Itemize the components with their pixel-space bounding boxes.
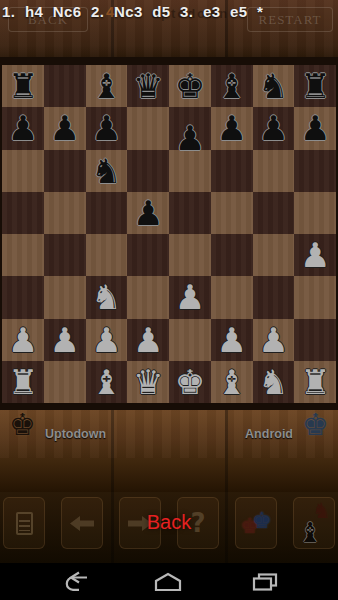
white-rook[interactable]: ♜ [2, 361, 44, 403]
left-player-name: Uptodown [45, 410, 106, 458]
square-e4[interactable] [169, 234, 211, 276]
black-knight[interactable]: ♞ [253, 65, 295, 107]
square-c7[interactable]: ♟ [86, 107, 128, 149]
wood-strip [0, 458, 338, 492]
right-player-king-icon: ♚ [302, 410, 329, 440]
square-a3[interactable] [2, 276, 44, 318]
square-g1[interactable]: ♞ [253, 361, 295, 403]
black-pawn[interactable]: ♟ [86, 107, 128, 149]
nav-recents-button[interactable] [235, 563, 295, 600]
square-g4[interactable] [253, 234, 295, 276]
black-pawn[interactable]: ♟ [2, 107, 44, 149]
player-bar: ♚ Uptodown Android ♚ [0, 410, 338, 458]
square-a7[interactable]: ♟ [2, 107, 44, 149]
square-d1[interactable]: ♛ [127, 361, 169, 403]
nav-home-button[interactable] [138, 563, 198, 600]
square-a8[interactable]: ♜ [2, 65, 44, 107]
black-pawn[interactable]: ♟ [253, 107, 295, 149]
white-knight[interactable]: ♞ [86, 276, 128, 318]
chess-board[interactable]: ♜♝♛♚♝♞♜♟♟♟♟♟♟♟♞♟♟♞♟♟♟♟♟♟♟♜♝♛♚♝♞♜ [2, 65, 336, 403]
square-f3[interactable] [211, 276, 253, 318]
black-rook[interactable]: ♜ [2, 65, 44, 107]
square-h7[interactable]: ♟ [294, 107, 336, 149]
black-pawn[interactable]: ♟ [44, 107, 86, 149]
white-knight[interactable]: ♞ [253, 361, 295, 403]
white-rook[interactable]: ♜ [294, 361, 336, 403]
square-d2[interactable]: ♟ [127, 319, 169, 361]
square-c4[interactable] [86, 234, 128, 276]
square-b4[interactable] [44, 234, 86, 276]
square-c1[interactable]: ♝ [86, 361, 128, 403]
square-a5[interactable] [2, 192, 44, 234]
square-b1[interactable] [44, 361, 86, 403]
black-pawn[interactable]: ♟ [127, 192, 169, 234]
black-queen[interactable]: ♛ [127, 65, 169, 107]
square-d5[interactable]: ♟ [127, 192, 169, 234]
square-d6[interactable] [127, 150, 169, 192]
white-queen[interactable]: ♛ [127, 361, 169, 403]
square-b7[interactable]: ♟ [44, 107, 86, 149]
square-b2[interactable]: ♟ [44, 319, 86, 361]
square-g3[interactable] [253, 276, 295, 318]
square-h2[interactable] [294, 319, 336, 361]
square-d8[interactable]: ♛ [127, 65, 169, 107]
square-g7[interactable]: ♟ [253, 107, 295, 149]
nav-back-button[interactable] [45, 563, 105, 600]
square-e7[interactable]: ♟ [169, 107, 211, 149]
square-d3[interactable] [127, 276, 169, 318]
square-c6[interactable]: ♞ [86, 150, 128, 192]
square-h5[interactable] [294, 192, 336, 234]
black-bishop[interactable]: ♝ [211, 65, 253, 107]
square-f1[interactable]: ♝ [211, 361, 253, 403]
menu-back-label[interactable]: Back [0, 511, 338, 534]
square-b3[interactable] [44, 276, 86, 318]
nav-recents-icon [251, 572, 279, 592]
black-bishop[interactable]: ♝ [86, 65, 128, 107]
white-pawn[interactable]: ♟ [253, 319, 295, 361]
app-screen: BACK RESTART uptodown 4. 1. h4 Nc6 2. Nc… [0, 0, 338, 600]
top-bar: BACK RESTART uptodown 4. 1. h4 Nc6 2. Nc… [0, 0, 338, 57]
black-pawn[interactable]: ♟ [294, 107, 336, 149]
square-a2[interactable]: ♟ [2, 319, 44, 361]
square-e5[interactable] [169, 192, 211, 234]
square-b5[interactable] [44, 192, 86, 234]
white-bishop[interactable]: ♝ [86, 361, 128, 403]
square-g2[interactable]: ♟ [253, 319, 295, 361]
square-h3[interactable] [294, 276, 336, 318]
square-f5[interactable] [211, 192, 253, 234]
square-f4[interactable] [211, 234, 253, 276]
white-king[interactable]: ♚ [169, 361, 211, 403]
android-navbar [0, 563, 338, 600]
left-player-king-icon: ♚ [9, 410, 36, 440]
square-d7[interactable] [127, 107, 169, 149]
square-c8[interactable]: ♝ [86, 65, 128, 107]
square-f7[interactable]: ♟ [211, 107, 253, 149]
square-g6[interactable] [253, 150, 295, 192]
black-pawn[interactable]: ♟ [211, 107, 253, 149]
white-pawn[interactable]: ♟ [86, 319, 128, 361]
square-f2[interactable]: ♟ [211, 319, 253, 361]
white-pawn[interactable]: ♟ [2, 319, 44, 361]
nav-back-icon [61, 571, 89, 593]
white-bishop[interactable]: ♝ [211, 361, 253, 403]
square-g5[interactable] [253, 192, 295, 234]
black-king[interactable]: ♚ [169, 65, 211, 107]
black-pawn[interactable]: ♟ [169, 117, 211, 159]
square-a4[interactable] [2, 234, 44, 276]
nav-home-icon [153, 572, 183, 592]
square-c5[interactable] [86, 192, 128, 234]
square-f6[interactable] [211, 150, 253, 192]
black-rook[interactable]: ♜ [294, 65, 336, 107]
board-frame: ♜♝♛♚♝♞♜♟♟♟♟♟♟♟♞♟♟♞♟♟♟♟♟♟♟♜♝♛♚♝♞♜ [0, 57, 338, 410]
square-h1[interactable]: ♜ [294, 361, 336, 403]
white-pawn[interactable]: ♟ [294, 234, 336, 276]
square-g8[interactable]: ♞ [253, 65, 295, 107]
square-f8[interactable]: ♝ [211, 65, 253, 107]
square-d4[interactable] [127, 234, 169, 276]
square-a6[interactable] [2, 150, 44, 192]
right-player-name: Android [245, 410, 293, 458]
square-h8[interactable]: ♜ [294, 65, 336, 107]
square-b6[interactable] [44, 150, 86, 192]
white-pawn[interactable]: ♟ [44, 319, 86, 361]
square-b8[interactable] [44, 65, 86, 107]
white-pawn[interactable]: ♟ [169, 276, 211, 318]
move-list: 1. h4 Nc6 2. Nc3 d5 3. e3 e5 * [2, 3, 337, 20]
square-c2[interactable]: ♟ [86, 319, 128, 361]
white-pawn[interactable]: ♟ [211, 319, 253, 361]
square-e3[interactable]: ♟ [169, 276, 211, 318]
square-e8[interactable]: ♚ [169, 65, 211, 107]
square-h6[interactable] [294, 150, 336, 192]
square-c3[interactable]: ♞ [86, 276, 128, 318]
square-e2[interactable] [169, 319, 211, 361]
black-knight[interactable]: ♞ [86, 150, 128, 192]
square-a1[interactable]: ♜ [2, 361, 44, 403]
white-pawn[interactable]: ♟ [127, 319, 169, 361]
square-h4[interactable]: ♟ [294, 234, 336, 276]
square-e1[interactable]: ♚ [169, 361, 211, 403]
